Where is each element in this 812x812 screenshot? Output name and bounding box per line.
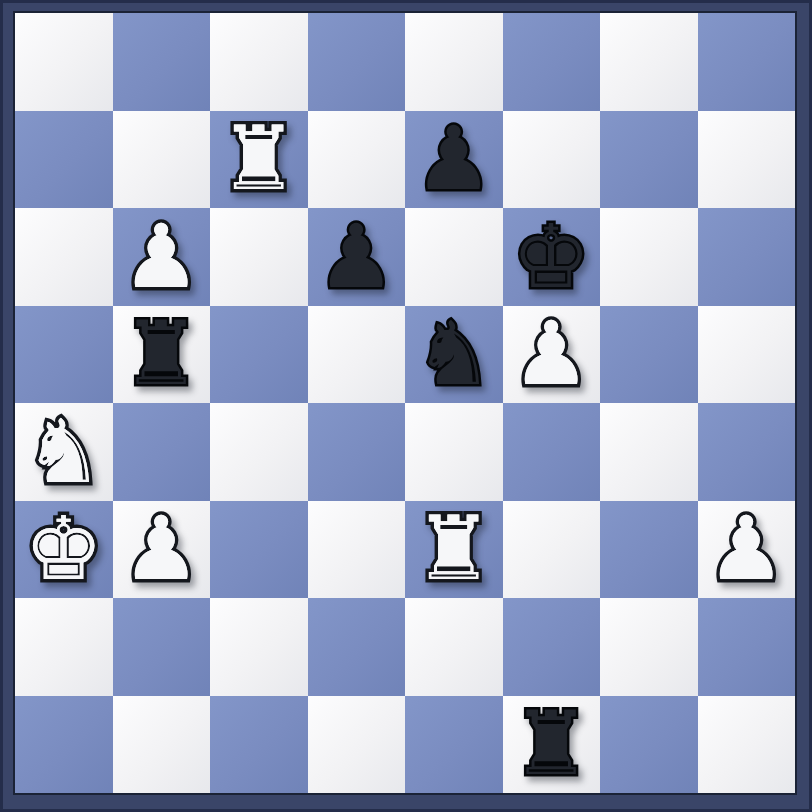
square-h1[interactable] xyxy=(698,696,796,794)
square-b8[interactable] xyxy=(113,13,211,111)
piece-fill: ♜ xyxy=(219,115,298,203)
piece-fill: ♚ xyxy=(24,505,103,593)
square-g7[interactable] xyxy=(600,111,698,209)
piece-white-pawn-icon[interactable]: ♟♟ xyxy=(113,501,211,599)
square-b6[interactable]: ♟♟ xyxy=(113,208,211,306)
piece-black-king-icon[interactable]: ♚♚ xyxy=(503,208,601,306)
square-a2[interactable] xyxy=(15,598,113,696)
square-b7[interactable] xyxy=(113,111,211,209)
square-d1[interactable] xyxy=(308,696,406,794)
piece-black-pawn-icon[interactable]: ♟♟ xyxy=(405,111,503,209)
square-f5[interactable]: ♟♟ xyxy=(503,306,601,404)
piece-white-pawn-icon[interactable]: ♟♟ xyxy=(503,306,601,404)
square-e1[interactable] xyxy=(405,696,503,794)
square-a5[interactable] xyxy=(15,306,113,404)
square-h7[interactable] xyxy=(698,111,796,209)
square-c6[interactable] xyxy=(210,208,308,306)
square-f3[interactable] xyxy=(503,501,601,599)
square-b1[interactable] xyxy=(113,696,211,794)
piece-fill: ♟ xyxy=(414,115,493,203)
piece-fill: ♟ xyxy=(122,505,201,593)
square-c5[interactable] xyxy=(210,306,308,404)
square-g8[interactable] xyxy=(600,13,698,111)
square-e2[interactable] xyxy=(405,598,503,696)
piece-fill: ♜ xyxy=(512,700,591,788)
square-h4[interactable] xyxy=(698,403,796,501)
square-e6[interactable] xyxy=(405,208,503,306)
square-f8[interactable] xyxy=(503,13,601,111)
square-d2[interactable] xyxy=(308,598,406,696)
piece-fill: ♟ xyxy=(317,213,396,301)
square-g3[interactable] xyxy=(600,501,698,599)
square-g1[interactable] xyxy=(600,696,698,794)
piece-white-king-icon[interactable]: ♚♚ xyxy=(15,501,113,599)
square-f6[interactable]: ♚♚ xyxy=(503,208,601,306)
piece-white-knight-icon[interactable]: ♞♞ xyxy=(15,403,113,501)
square-b2[interactable] xyxy=(113,598,211,696)
piece-fill: ♜ xyxy=(414,505,493,593)
square-a8[interactable] xyxy=(15,13,113,111)
square-d4[interactable] xyxy=(308,403,406,501)
square-g6[interactable] xyxy=(600,208,698,306)
square-f1[interactable]: ♜♜ xyxy=(503,696,601,794)
square-h5[interactable] xyxy=(698,306,796,404)
piece-fill: ♞ xyxy=(24,408,103,496)
piece-white-rook-icon[interactable]: ♜♜ xyxy=(210,111,308,209)
square-d5[interactable] xyxy=(308,306,406,404)
piece-fill: ♞ xyxy=(414,310,493,398)
square-a7[interactable] xyxy=(15,111,113,209)
square-c1[interactable] xyxy=(210,696,308,794)
piece-white-rook-icon[interactable]: ♜♜ xyxy=(405,501,503,599)
piece-black-rook-icon[interactable]: ♜♜ xyxy=(113,306,211,404)
square-b4[interactable] xyxy=(113,403,211,501)
square-h8[interactable] xyxy=(698,13,796,111)
square-c8[interactable] xyxy=(210,13,308,111)
square-h2[interactable] xyxy=(698,598,796,696)
square-d8[interactable] xyxy=(308,13,406,111)
square-h3[interactable]: ♟♟ xyxy=(698,501,796,599)
square-c3[interactable] xyxy=(210,501,308,599)
square-a1[interactable] xyxy=(15,696,113,794)
piece-fill: ♜ xyxy=(122,310,201,398)
square-f7[interactable] xyxy=(503,111,601,209)
square-c7[interactable]: ♜♜ xyxy=(210,111,308,209)
piece-black-rook-icon[interactable]: ♜♜ xyxy=(503,696,601,794)
square-e8[interactable] xyxy=(405,13,503,111)
square-a3[interactable]: ♚♚ xyxy=(15,501,113,599)
square-g5[interactable] xyxy=(600,306,698,404)
square-a4[interactable]: ♞♞ xyxy=(15,403,113,501)
piece-fill: ♟ xyxy=(512,310,591,398)
square-f2[interactable] xyxy=(503,598,601,696)
square-d3[interactable] xyxy=(308,501,406,599)
square-c4[interactable] xyxy=(210,403,308,501)
board-frame: ♜♜♟♟♟♟♟♟♚♚♜♜♞♞♟♟♞♞♚♚♟♟♜♜♟♟♜♜ xyxy=(0,0,812,812)
square-e4[interactable] xyxy=(405,403,503,501)
piece-fill: ♚ xyxy=(512,213,591,301)
piece-black-knight-icon[interactable]: ♞♞ xyxy=(405,306,503,404)
piece-black-pawn-icon[interactable]: ♟♟ xyxy=(308,208,406,306)
chess-board: ♜♜♟♟♟♟♟♟♚♚♜♜♞♞♟♟♞♞♚♚♟♟♜♜♟♟♜♜ xyxy=(13,11,797,795)
square-b5[interactable]: ♜♜ xyxy=(113,306,211,404)
piece-fill: ♟ xyxy=(707,505,786,593)
square-e3[interactable]: ♜♜ xyxy=(405,501,503,599)
piece-white-pawn-icon[interactable]: ♟♟ xyxy=(113,208,211,306)
square-a6[interactable] xyxy=(15,208,113,306)
square-g2[interactable] xyxy=(600,598,698,696)
square-c2[interactable] xyxy=(210,598,308,696)
square-e5[interactable]: ♞♞ xyxy=(405,306,503,404)
square-g4[interactable] xyxy=(600,403,698,501)
piece-white-pawn-icon[interactable]: ♟♟ xyxy=(698,501,796,599)
square-d6[interactable]: ♟♟ xyxy=(308,208,406,306)
square-h6[interactable] xyxy=(698,208,796,306)
square-d7[interactable] xyxy=(308,111,406,209)
piece-fill: ♟ xyxy=(122,213,201,301)
square-e7[interactable]: ♟♟ xyxy=(405,111,503,209)
square-f4[interactable] xyxy=(503,403,601,501)
square-b3[interactable]: ♟♟ xyxy=(113,501,211,599)
